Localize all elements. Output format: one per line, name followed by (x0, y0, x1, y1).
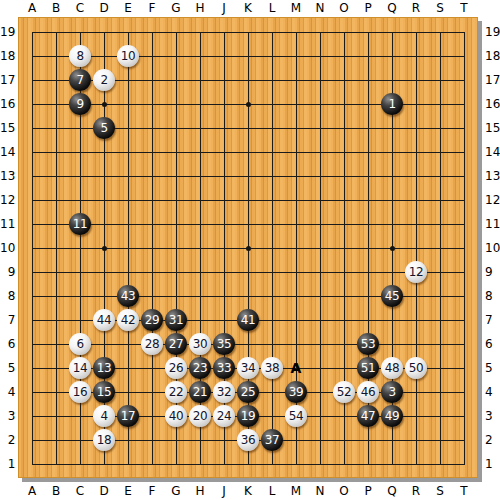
intersection-E3[interactable]: 17 (116, 404, 140, 428)
intersection-D15[interactable]: 5 (92, 116, 116, 140)
intersection-B15[interactable] (44, 116, 68, 140)
intersection-T19[interactable] (452, 20, 476, 44)
intersection-D18[interactable] (92, 44, 116, 68)
intersection-E4[interactable] (116, 380, 140, 404)
intersection-K12[interactable] (236, 188, 260, 212)
intersection-R16[interactable] (404, 92, 428, 116)
intersection-M10[interactable] (284, 236, 308, 260)
intersection-O13[interactable] (332, 164, 356, 188)
intersection-E15[interactable] (116, 116, 140, 140)
intersection-P8[interactable] (356, 284, 380, 308)
intersection-N12[interactable] (308, 188, 332, 212)
intersection-A9[interactable] (20, 260, 44, 284)
intersection-L12[interactable] (260, 188, 284, 212)
intersection-O3[interactable] (332, 404, 356, 428)
intersection-J3[interactable]: 24 (212, 404, 236, 428)
intersection-T2[interactable] (452, 428, 476, 452)
intersection-K16[interactable] (236, 92, 260, 116)
intersection-N5[interactable] (308, 356, 332, 380)
intersection-K8[interactable] (236, 284, 260, 308)
intersection-N14[interactable] (308, 140, 332, 164)
intersection-R9[interactable]: 12 (404, 260, 428, 284)
intersection-D13[interactable] (92, 164, 116, 188)
intersection-Q1[interactable] (380, 452, 404, 476)
intersection-J19[interactable] (212, 20, 236, 44)
intersection-N11[interactable] (308, 212, 332, 236)
intersection-K4[interactable]: 25 (236, 380, 260, 404)
intersection-K6[interactable] (236, 332, 260, 356)
intersection-C7[interactable] (68, 308, 92, 332)
intersection-M5[interactable]: A (284, 356, 308, 380)
intersection-J2[interactable] (212, 428, 236, 452)
intersection-H6[interactable]: 30 (188, 332, 212, 356)
intersection-Q14[interactable] (380, 140, 404, 164)
intersection-M3[interactable]: 54 (284, 404, 308, 428)
intersection-P13[interactable] (356, 164, 380, 188)
intersection-S13[interactable] (428, 164, 452, 188)
intersection-D12[interactable] (92, 188, 116, 212)
intersection-K14[interactable] (236, 140, 260, 164)
intersection-O2[interactable] (332, 428, 356, 452)
intersection-M9[interactable] (284, 260, 308, 284)
intersection-M7[interactable] (284, 308, 308, 332)
intersection-S5[interactable] (428, 356, 452, 380)
intersection-F9[interactable] (140, 260, 164, 284)
intersection-B10[interactable] (44, 236, 68, 260)
intersection-P9[interactable] (356, 260, 380, 284)
intersection-A3[interactable] (20, 404, 44, 428)
intersection-T18[interactable] (452, 44, 476, 68)
intersection-A17[interactable] (20, 68, 44, 92)
intersection-S1[interactable] (428, 452, 452, 476)
intersection-M19[interactable] (284, 20, 308, 44)
intersection-Q5[interactable]: 48 (380, 356, 404, 380)
intersection-J13[interactable] (212, 164, 236, 188)
intersection-J1[interactable] (212, 452, 236, 476)
intersection-N9[interactable] (308, 260, 332, 284)
intersection-O18[interactable] (332, 44, 356, 68)
intersection-C12[interactable] (68, 188, 92, 212)
intersection-E7[interactable]: 42 (116, 308, 140, 332)
intersection-D10[interactable] (92, 236, 116, 260)
intersection-D3[interactable]: 4 (92, 404, 116, 428)
intersection-E2[interactable] (116, 428, 140, 452)
intersection-R10[interactable] (404, 236, 428, 260)
intersection-J17[interactable] (212, 68, 236, 92)
intersection-B8[interactable] (44, 284, 68, 308)
intersection-F6[interactable]: 28 (140, 332, 164, 356)
intersection-C19[interactable] (68, 20, 92, 44)
intersection-N4[interactable] (308, 380, 332, 404)
intersection-J12[interactable] (212, 188, 236, 212)
intersection-B12[interactable] (44, 188, 68, 212)
intersection-F5[interactable] (140, 356, 164, 380)
intersection-H5[interactable]: 23 (188, 356, 212, 380)
intersection-P18[interactable] (356, 44, 380, 68)
intersection-G15[interactable] (164, 116, 188, 140)
intersection-J4[interactable]: 32 (212, 380, 236, 404)
intersection-O10[interactable] (332, 236, 356, 260)
intersection-O8[interactable] (332, 284, 356, 308)
intersection-E9[interactable] (116, 260, 140, 284)
intersection-Q18[interactable] (380, 44, 404, 68)
intersection-P4[interactable]: 46 (356, 380, 380, 404)
intersection-P1[interactable] (356, 452, 380, 476)
intersection-A7[interactable] (20, 308, 44, 332)
intersection-E16[interactable] (116, 92, 140, 116)
intersection-J9[interactable] (212, 260, 236, 284)
intersection-G14[interactable] (164, 140, 188, 164)
intersection-M14[interactable] (284, 140, 308, 164)
intersection-L18[interactable] (260, 44, 284, 68)
intersection-A13[interactable] (20, 164, 44, 188)
intersection-F17[interactable] (140, 68, 164, 92)
intersection-Q11[interactable] (380, 212, 404, 236)
intersection-D14[interactable] (92, 140, 116, 164)
intersection-C10[interactable] (68, 236, 92, 260)
intersection-D7[interactable]: 44 (92, 308, 116, 332)
intersection-M15[interactable] (284, 116, 308, 140)
intersection-R11[interactable] (404, 212, 428, 236)
intersection-E6[interactable] (116, 332, 140, 356)
intersection-R2[interactable] (404, 428, 428, 452)
intersection-J10[interactable] (212, 236, 236, 260)
intersection-F2[interactable] (140, 428, 164, 452)
intersection-O15[interactable] (332, 116, 356, 140)
intersection-T10[interactable] (452, 236, 476, 260)
intersection-A12[interactable] (20, 188, 44, 212)
intersection-O17[interactable] (332, 68, 356, 92)
intersection-E19[interactable] (116, 20, 140, 44)
intersection-B13[interactable] (44, 164, 68, 188)
intersection-G1[interactable] (164, 452, 188, 476)
intersection-K2[interactable]: 36 (236, 428, 260, 452)
intersection-S16[interactable] (428, 92, 452, 116)
intersection-T6[interactable] (452, 332, 476, 356)
intersection-C1[interactable] (68, 452, 92, 476)
intersection-B11[interactable] (44, 212, 68, 236)
intersection-A10[interactable] (20, 236, 44, 260)
intersection-A5[interactable] (20, 356, 44, 380)
intersection-L13[interactable] (260, 164, 284, 188)
intersection-J18[interactable] (212, 44, 236, 68)
intersection-H10[interactable] (188, 236, 212, 260)
intersection-H19[interactable] (188, 20, 212, 44)
intersection-M12[interactable] (284, 188, 308, 212)
intersection-R8[interactable] (404, 284, 428, 308)
intersection-H13[interactable] (188, 164, 212, 188)
intersection-K17[interactable] (236, 68, 260, 92)
intersection-N3[interactable] (308, 404, 332, 428)
intersection-S9[interactable] (428, 260, 452, 284)
intersection-N15[interactable] (308, 116, 332, 140)
intersection-B16[interactable] (44, 92, 68, 116)
intersection-A16[interactable] (20, 92, 44, 116)
intersection-M1[interactable] (284, 452, 308, 476)
intersection-Q15[interactable] (380, 116, 404, 140)
intersection-C4[interactable]: 16 (68, 380, 92, 404)
intersection-Q17[interactable] (380, 68, 404, 92)
intersection-Q19[interactable] (380, 20, 404, 44)
intersection-O11[interactable] (332, 212, 356, 236)
intersection-E12[interactable] (116, 188, 140, 212)
intersection-J7[interactable] (212, 308, 236, 332)
intersection-J6[interactable]: 35 (212, 332, 236, 356)
intersection-A18[interactable] (20, 44, 44, 68)
intersection-T8[interactable] (452, 284, 476, 308)
intersection-F3[interactable] (140, 404, 164, 428)
intersection-G11[interactable] (164, 212, 188, 236)
intersection-D19[interactable] (92, 20, 116, 44)
intersection-F10[interactable] (140, 236, 164, 260)
intersection-L2[interactable]: 37 (260, 428, 284, 452)
intersection-D8[interactable] (92, 284, 116, 308)
intersection-T5[interactable] (452, 356, 476, 380)
intersection-L9[interactable] (260, 260, 284, 284)
intersection-A15[interactable] (20, 116, 44, 140)
intersection-B7[interactable] (44, 308, 68, 332)
intersection-T12[interactable] (452, 188, 476, 212)
intersection-G3[interactable]: 40 (164, 404, 188, 428)
intersection-M6[interactable] (284, 332, 308, 356)
intersection-N8[interactable] (308, 284, 332, 308)
intersection-F13[interactable] (140, 164, 164, 188)
intersection-R1[interactable] (404, 452, 428, 476)
intersection-G6[interactable]: 27 (164, 332, 188, 356)
intersection-G18[interactable] (164, 44, 188, 68)
intersection-H14[interactable] (188, 140, 212, 164)
intersection-H2[interactable] (188, 428, 212, 452)
intersection-L14[interactable] (260, 140, 284, 164)
intersection-M18[interactable] (284, 44, 308, 68)
intersection-J16[interactable] (212, 92, 236, 116)
intersection-O6[interactable] (332, 332, 356, 356)
intersection-H3[interactable]: 20 (188, 404, 212, 428)
intersection-B2[interactable] (44, 428, 68, 452)
intersection-P5[interactable]: 51 (356, 356, 380, 380)
intersection-H8[interactable] (188, 284, 212, 308)
intersection-P11[interactable] (356, 212, 380, 236)
intersection-L16[interactable] (260, 92, 284, 116)
intersection-O16[interactable] (332, 92, 356, 116)
intersection-T1[interactable] (452, 452, 476, 476)
intersection-G10[interactable] (164, 236, 188, 260)
intersection-C2[interactable] (68, 428, 92, 452)
intersection-H1[interactable] (188, 452, 212, 476)
intersection-J5[interactable]: 33 (212, 356, 236, 380)
intersection-N7[interactable] (308, 308, 332, 332)
intersection-F1[interactable] (140, 452, 164, 476)
intersection-N1[interactable] (308, 452, 332, 476)
intersection-A11[interactable] (20, 212, 44, 236)
intersection-R7[interactable] (404, 308, 428, 332)
intersection-N16[interactable] (308, 92, 332, 116)
intersection-O5[interactable] (332, 356, 356, 380)
intersection-R6[interactable] (404, 332, 428, 356)
intersection-F11[interactable] (140, 212, 164, 236)
intersection-L19[interactable] (260, 20, 284, 44)
intersection-S4[interactable] (428, 380, 452, 404)
intersection-H11[interactable] (188, 212, 212, 236)
intersection-O1[interactable] (332, 452, 356, 476)
intersection-M2[interactable] (284, 428, 308, 452)
intersection-M11[interactable] (284, 212, 308, 236)
intersection-H15[interactable] (188, 116, 212, 140)
intersection-Q4[interactable]: 3 (380, 380, 404, 404)
intersection-R19[interactable] (404, 20, 428, 44)
intersection-C5[interactable]: 14 (68, 356, 92, 380)
intersection-K3[interactable]: 19 (236, 404, 260, 428)
intersection-O9[interactable] (332, 260, 356, 284)
intersection-P10[interactable] (356, 236, 380, 260)
intersection-P14[interactable] (356, 140, 380, 164)
intersection-D5[interactable]: 13 (92, 356, 116, 380)
intersection-T15[interactable] (452, 116, 476, 140)
intersection-T3[interactable] (452, 404, 476, 428)
intersection-G7[interactable]: 31 (164, 308, 188, 332)
intersection-D6[interactable] (92, 332, 116, 356)
intersection-Q8[interactable]: 45 (380, 284, 404, 308)
intersection-B3[interactable] (44, 404, 68, 428)
intersection-C15[interactable] (68, 116, 92, 140)
intersection-A1[interactable] (20, 452, 44, 476)
intersection-T17[interactable] (452, 68, 476, 92)
intersection-C17[interactable]: 7 (68, 68, 92, 92)
intersection-E10[interactable] (116, 236, 140, 260)
intersection-S18[interactable] (428, 44, 452, 68)
intersection-O12[interactable] (332, 188, 356, 212)
intersection-G9[interactable] (164, 260, 188, 284)
intersection-H4[interactable]: 21 (188, 380, 212, 404)
intersection-Q6[interactable] (380, 332, 404, 356)
intersection-S12[interactable] (428, 188, 452, 212)
intersection-F18[interactable] (140, 44, 164, 68)
intersection-G8[interactable] (164, 284, 188, 308)
intersection-H17[interactable] (188, 68, 212, 92)
intersection-T14[interactable] (452, 140, 476, 164)
intersection-G2[interactable] (164, 428, 188, 452)
intersection-R4[interactable] (404, 380, 428, 404)
intersection-C3[interactable] (68, 404, 92, 428)
intersection-R3[interactable] (404, 404, 428, 428)
intersection-A4[interactable] (20, 380, 44, 404)
intersection-P2[interactable] (356, 428, 380, 452)
intersection-K13[interactable] (236, 164, 260, 188)
intersection-P12[interactable] (356, 188, 380, 212)
intersection-L15[interactable] (260, 116, 284, 140)
intersection-S3[interactable] (428, 404, 452, 428)
intersection-B19[interactable] (44, 20, 68, 44)
intersection-K9[interactable] (236, 260, 260, 284)
intersection-P7[interactable] (356, 308, 380, 332)
intersection-K11[interactable] (236, 212, 260, 236)
intersection-O19[interactable] (332, 20, 356, 44)
intersection-D17[interactable]: 2 (92, 68, 116, 92)
intersection-A6[interactable] (20, 332, 44, 356)
intersection-K7[interactable]: 41 (236, 308, 260, 332)
intersection-S10[interactable] (428, 236, 452, 260)
intersection-D2[interactable]: 18 (92, 428, 116, 452)
intersection-N10[interactable] (308, 236, 332, 260)
intersection-R18[interactable] (404, 44, 428, 68)
intersection-D4[interactable]: 15 (92, 380, 116, 404)
intersection-C13[interactable] (68, 164, 92, 188)
intersection-Q13[interactable] (380, 164, 404, 188)
intersection-B4[interactable] (44, 380, 68, 404)
intersection-B5[interactable] (44, 356, 68, 380)
intersection-K19[interactable] (236, 20, 260, 44)
intersection-L11[interactable] (260, 212, 284, 236)
intersection-J11[interactable] (212, 212, 236, 236)
intersection-Q10[interactable] (380, 236, 404, 260)
intersection-T9[interactable] (452, 260, 476, 284)
intersection-S15[interactable] (428, 116, 452, 140)
intersection-C11[interactable]: 11 (68, 212, 92, 236)
intersection-N18[interactable] (308, 44, 332, 68)
intersection-G12[interactable] (164, 188, 188, 212)
intersection-P16[interactable] (356, 92, 380, 116)
intersection-C14[interactable] (68, 140, 92, 164)
intersection-S8[interactable] (428, 284, 452, 308)
intersection-O7[interactable] (332, 308, 356, 332)
intersection-F16[interactable] (140, 92, 164, 116)
intersection-S19[interactable] (428, 20, 452, 44)
intersection-O4[interactable]: 52 (332, 380, 356, 404)
intersection-A19[interactable] (20, 20, 44, 44)
intersection-E8[interactable]: 43 (116, 284, 140, 308)
intersection-C8[interactable] (68, 284, 92, 308)
intersection-J8[interactable] (212, 284, 236, 308)
intersection-M17[interactable] (284, 68, 308, 92)
intersection-E5[interactable] (116, 356, 140, 380)
intersection-K18[interactable] (236, 44, 260, 68)
intersection-C6[interactable]: 6 (68, 332, 92, 356)
intersection-G16[interactable] (164, 92, 188, 116)
intersection-M4[interactable]: 39 (284, 380, 308, 404)
intersection-D11[interactable] (92, 212, 116, 236)
intersection-L5[interactable]: 38 (260, 356, 284, 380)
intersection-N6[interactable] (308, 332, 332, 356)
intersection-F12[interactable] (140, 188, 164, 212)
intersection-E18[interactable]: 10 (116, 44, 140, 68)
intersection-P19[interactable] (356, 20, 380, 44)
intersection-B9[interactable] (44, 260, 68, 284)
intersection-M16[interactable] (284, 92, 308, 116)
intersection-R15[interactable] (404, 116, 428, 140)
intersection-H18[interactable] (188, 44, 212, 68)
intersection-T11[interactable] (452, 212, 476, 236)
intersection-F4[interactable] (140, 380, 164, 404)
intersection-G13[interactable] (164, 164, 188, 188)
intersection-L7[interactable] (260, 308, 284, 332)
intersection-R17[interactable] (404, 68, 428, 92)
intersection-F19[interactable] (140, 20, 164, 44)
intersection-B14[interactable] (44, 140, 68, 164)
intersection-L1[interactable] (260, 452, 284, 476)
intersection-T7[interactable] (452, 308, 476, 332)
intersection-Q9[interactable] (380, 260, 404, 284)
intersection-C18[interactable]: 8 (68, 44, 92, 68)
intersection-L17[interactable] (260, 68, 284, 92)
intersection-A14[interactable] (20, 140, 44, 164)
intersection-H16[interactable] (188, 92, 212, 116)
intersection-J15[interactable] (212, 116, 236, 140)
intersection-Q16[interactable]: 1 (380, 92, 404, 116)
intersection-B1[interactable] (44, 452, 68, 476)
intersection-E11[interactable] (116, 212, 140, 236)
intersection-B17[interactable] (44, 68, 68, 92)
intersection-M13[interactable] (284, 164, 308, 188)
